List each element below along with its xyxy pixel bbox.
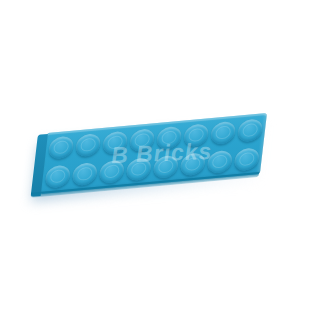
stud (128, 128, 155, 152)
stud (236, 118, 263, 142)
stud (152, 155, 179, 179)
stud (44, 165, 71, 189)
stud (98, 160, 125, 184)
stud (206, 150, 233, 174)
stud (209, 121, 236, 145)
stud (101, 130, 128, 154)
stud (155, 125, 182, 149)
stud (233, 148, 260, 172)
stud (125, 157, 152, 181)
stud (47, 135, 74, 159)
stud (71, 162, 98, 186)
stud (74, 133, 101, 157)
stud (179, 152, 206, 176)
product-photo-scene: B Bricks (0, 0, 310, 310)
stud (182, 123, 209, 147)
